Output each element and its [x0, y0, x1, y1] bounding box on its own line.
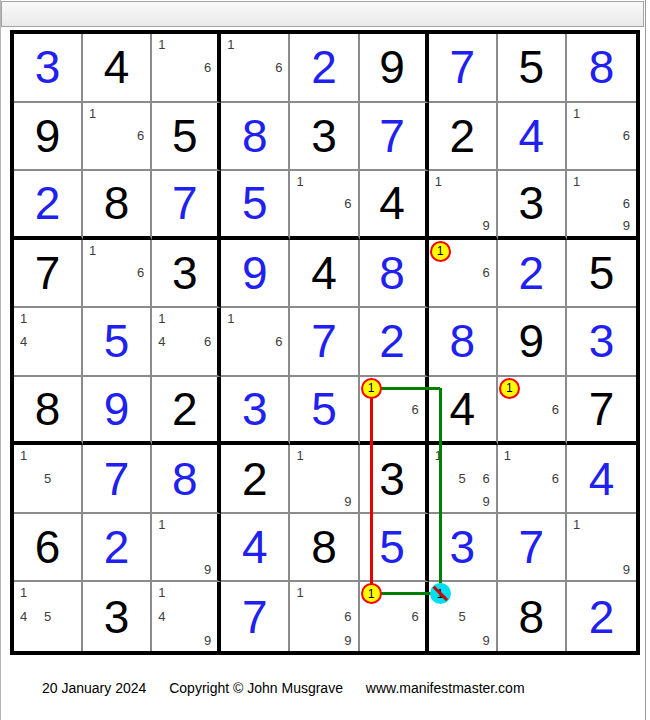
candidate-6[interactable]: 6 [335, 606, 356, 628]
solved-digit: 8 [567, 34, 636, 101]
eliminated-candidate-circle[interactable]: 1 [430, 583, 451, 604]
cell-r9c1[interactable]: 145 [14, 582, 83, 651]
cell-r2c5[interactable]: 3 [290, 103, 359, 172]
highlighted-candidate-circle[interactable]: 1 [361, 583, 382, 604]
cell-r9c4[interactable]: 7 [221, 582, 290, 651]
candidate-4[interactable]: 4 [16, 331, 37, 352]
given-digit: 5 [152, 103, 217, 170]
candidate-6[interactable]: 6 [612, 125, 634, 146]
candidates: 19 [292, 447, 355, 510]
cell-r1c9[interactable]: 8 [567, 34, 636, 103]
candidate-9[interactable]: 9 [195, 558, 215, 579]
solved-digit: 7 [498, 514, 565, 581]
solved-digit: 7 [290, 308, 357, 375]
candidate-1[interactable]: 1 [154, 310, 174, 331]
cell-r6c5[interactable]: 5 [290, 377, 359, 446]
candidate-1[interactable]: 1 [16, 310, 37, 331]
given-digit: 3 [498, 171, 565, 236]
given-digit: 5 [567, 240, 636, 307]
candidates: 16 [569, 105, 634, 168]
given-digit: 2 [429, 103, 496, 170]
cell-r8c8[interactable]: 7 [498, 514, 567, 583]
solved-digit: 4 [221, 514, 288, 581]
solved-digit: 2 [290, 34, 357, 101]
candidates: 146 [154, 310, 215, 373]
candidates: 169 [569, 173, 634, 234]
solved-digit: 8 [429, 308, 496, 375]
cell-r5c1[interactable]: 14 [14, 308, 83, 377]
candidates: 16 [500, 447, 563, 510]
candidates: 16 [154, 36, 215, 99]
candidate-9[interactable]: 9 [473, 489, 494, 510]
cell-r2c9[interactable]: 16 [567, 103, 636, 172]
highlighted-candidate-circle[interactable]: 1 [430, 241, 451, 262]
candidates: 19 [569, 516, 634, 579]
given-digit: 8 [83, 171, 150, 236]
solved-digit: 8 [152, 445, 217, 512]
candidates: 19 [154, 516, 215, 579]
cell-r7c3[interactable]: 8 [152, 445, 221, 514]
cell-r5c3[interactable]: 146 [152, 308, 221, 377]
highlighted-candidate-circle[interactable]: 1 [499, 378, 520, 399]
candidate-1[interactable]: 1 [292, 173, 313, 193]
candidate-1[interactable]: 1 [85, 105, 106, 126]
given-digit: 8 [498, 582, 565, 651]
solved-digit: 7 [360, 103, 425, 170]
cell-r2c6[interactable]: 7 [360, 103, 429, 172]
cell-r2c7[interactable]: 2 [429, 103, 498, 172]
cell-r9c2[interactable]: 3 [83, 582, 152, 651]
cell-r5c2[interactable]: 5 [83, 308, 152, 377]
cell-r7c4[interactable]: 2 [221, 445, 290, 514]
solved-digit: 2 [567, 582, 636, 651]
cell-r4c5[interactable]: 4 [290, 240, 359, 309]
candidates: 14 [16, 310, 79, 373]
candidates: 15 [16, 447, 79, 510]
candidate-6[interactable]: 6 [473, 263, 494, 284]
candidate-6[interactable]: 6 [195, 57, 215, 78]
cell-r4c7[interactable]: 61 [429, 240, 498, 309]
cell-r7c7[interactable]: 1569 [429, 445, 498, 514]
cell-r3c4[interactable]: 5 [221, 171, 290, 240]
cell-r9c5[interactable]: 169 [290, 582, 359, 651]
cell-r3c7[interactable]: 19 [429, 171, 498, 240]
candidate-5[interactable]: 5 [37, 606, 58, 628]
given-digit: 4 [83, 34, 150, 101]
candidate-6[interactable]: 6 [473, 468, 494, 489]
cell-r1c1[interactable]: 3 [14, 34, 83, 103]
cell-r6c1[interactable]: 8 [14, 377, 83, 446]
candidate-1: 1 [368, 381, 375, 395]
cell-r6c2[interactable]: 9 [83, 377, 152, 446]
cell-r4c6[interactable]: 8 [360, 240, 429, 309]
solved-digit: 2 [14, 171, 81, 236]
solved-digit: 7 [221, 582, 288, 651]
sudoku-board: 3416162975891658372416287516419316971639… [10, 30, 640, 655]
cell-r8c3[interactable]: 19 [152, 514, 221, 583]
solved-digit: 3 [221, 377, 288, 442]
candidate-1: 1 [506, 381, 513, 395]
solved-digit: 3 [567, 308, 636, 375]
cell-r6c9[interactable]: 7 [567, 377, 636, 446]
solved-digit: 5 [83, 308, 150, 375]
candidate-4[interactable]: 4 [154, 606, 174, 628]
candidate-9[interactable]: 9 [473, 213, 494, 233]
given-digit: 3 [290, 103, 357, 170]
candidates: 16 [223, 310, 286, 373]
candidate-6[interactable]: 6 [127, 125, 148, 146]
cell-r7c5[interactable]: 19 [290, 445, 359, 514]
given-digit: 7 [14, 240, 81, 307]
candidate-4[interactable]: 4 [16, 606, 37, 628]
candidates: 169 [292, 584, 355, 649]
cell-r5c9[interactable]: 3 [567, 308, 636, 377]
cell-r5c4[interactable]: 16 [221, 308, 290, 377]
cell-r1c8[interactable]: 5 [498, 34, 567, 103]
candidates: 19 [431, 173, 494, 234]
solved-digit: 5 [360, 514, 425, 581]
highlighted-candidate-circle[interactable]: 1 [361, 378, 382, 399]
given-digit: 8 [290, 514, 357, 581]
window-toolbar [1, 1, 644, 27]
candidate-1[interactable]: 1 [85, 242, 106, 263]
candidate-1[interactable]: 1 [569, 173, 591, 193]
cell-r1c6[interactable]: 9 [360, 34, 429, 103]
cell-r4c2[interactable]: 16 [83, 240, 152, 309]
cell-r7c2[interactable]: 7 [83, 445, 152, 514]
cell-r3c8[interactable]: 3 [498, 171, 567, 240]
footer-date: 20 January 2024 [42, 680, 146, 696]
cell-r7c1[interactable]: 15 [14, 445, 83, 514]
cell-r7c9[interactable]: 4 [567, 445, 636, 514]
candidate-6[interactable]: 6 [195, 331, 215, 352]
cell-r3c1[interactable]: 2 [14, 171, 83, 240]
candidate-9[interactable]: 9 [335, 489, 356, 510]
candidate-1[interactable]: 1 [154, 584, 174, 606]
candidates: 149 [154, 584, 215, 649]
cell-r5c8[interactable]: 9 [498, 308, 567, 377]
footer: 20 January 2024 Copyright © John Musgrav… [42, 680, 544, 696]
solved-digit: 9 [221, 240, 288, 307]
cell-r2c1[interactable]: 9 [14, 103, 83, 172]
given-digit: 4 [290, 240, 357, 307]
cell-r8c7[interactable]: 3 [429, 514, 498, 583]
given-digit: 8 [14, 377, 81, 442]
cell-r1c2[interactable]: 4 [83, 34, 152, 103]
solved-digit: 3 [14, 34, 81, 101]
cell-r6c4[interactable]: 3 [221, 377, 290, 446]
cell-r2c2[interactable]: 16 [83, 103, 152, 172]
candidate-1[interactable]: 1 [154, 36, 174, 57]
candidate-4[interactable]: 4 [154, 331, 174, 352]
cell-r7c6[interactable]: 3 [360, 445, 429, 514]
given-digit: 7 [567, 377, 636, 442]
given-digit: 9 [360, 34, 425, 101]
candidate-1[interactable]: 1 [154, 516, 174, 537]
candidate-1[interactable]: 1 [223, 36, 244, 57]
candidate-9[interactable]: 9 [195, 627, 215, 649]
solved-digit: 3 [429, 514, 496, 581]
solved-digit: 7 [83, 445, 150, 512]
given-digit: 9 [498, 308, 565, 375]
given-digit: 4 [429, 377, 496, 442]
cell-r1c4[interactable]: 16 [221, 34, 290, 103]
candidate-5[interactable]: 5 [37, 468, 58, 489]
cell-r8c2[interactable]: 2 [83, 514, 152, 583]
cell-r4c9[interactable]: 5 [567, 240, 636, 309]
footer-website[interactable]: www.manifestmaster.com [366, 680, 525, 696]
candidate-1[interactable]: 1 [223, 310, 244, 331]
candidates: 16 [223, 36, 286, 99]
solved-digit: 9 [83, 377, 150, 442]
cell-r3c5[interactable]: 16 [290, 171, 359, 240]
candidate-6[interactable]: 6 [335, 193, 356, 213]
cell-r6c6[interactable]: 61 [360, 377, 429, 446]
candidate-6[interactable]: 6 [542, 468, 563, 489]
candidate-6[interactable]: 6 [542, 399, 563, 419]
candidate-1[interactable]: 1 [292, 447, 313, 468]
cell-r3c3[interactable]: 7 [152, 171, 221, 240]
cell-r3c6[interactable]: 4 [360, 171, 429, 240]
cell-r5c6[interactable]: 2 [360, 308, 429, 377]
footer-copyright: Copyright © John Musgrave [169, 680, 343, 696]
cell-r4c3[interactable]: 3 [152, 240, 221, 309]
candidate-1[interactable]: 1 [500, 447, 521, 468]
candidate-9[interactable]: 9 [612, 213, 634, 233]
cell-r9c8[interactable]: 8 [498, 582, 567, 651]
cell-r6c7[interactable]: 4 [429, 377, 498, 446]
cell-r9c3[interactable]: 149 [152, 582, 221, 651]
candidate-1[interactable]: 1 [16, 447, 37, 468]
given-digit: 6 [14, 514, 81, 581]
cell-r8c4[interactable]: 4 [221, 514, 290, 583]
cell-r4c1[interactable]: 7 [14, 240, 83, 309]
cell-r5c7[interactable]: 8 [429, 308, 498, 377]
solved-digit: 7 [152, 171, 217, 236]
candidate-1[interactable]: 1 [292, 584, 313, 606]
candidate-1: 1 [368, 587, 375, 601]
given-digit: 2 [152, 377, 217, 442]
candidate-9[interactable]: 9 [612, 558, 634, 579]
cell-r7c8[interactable]: 16 [498, 445, 567, 514]
given-digit: 9 [14, 103, 81, 170]
candidate-6[interactable]: 6 [612, 193, 634, 213]
candidate-9[interactable]: 9 [335, 627, 356, 649]
solved-digit: 2 [83, 514, 150, 581]
candidate-5[interactable]: 5 [452, 468, 473, 489]
cell-r8c1[interactable]: 6 [14, 514, 83, 583]
cell-r9c7[interactable]: 591 [429, 582, 498, 651]
solved-digit: 5 [221, 171, 288, 236]
candidate-6[interactable]: 6 [402, 606, 422, 628]
candidate-1[interactable]: 1 [431, 173, 452, 193]
cell-r8c6[interactable]: 5 [360, 514, 429, 583]
solved-digit: 4 [567, 445, 636, 512]
given-digit: 4 [360, 171, 425, 236]
given-digit: 3 [83, 582, 150, 651]
cell-r1c7[interactable]: 7 [429, 34, 498, 103]
cell-r2c8[interactable]: 4 [498, 103, 567, 172]
cell-r1c5[interactable]: 2 [290, 34, 359, 103]
solved-digit: 8 [221, 103, 288, 170]
cell-r5c5[interactable]: 7 [290, 308, 359, 377]
solved-digit: 5 [290, 377, 357, 442]
candidate-6[interactable]: 6 [265, 331, 286, 352]
given-digit: 5 [498, 34, 565, 101]
cell-r2c4[interactable]: 8 [221, 103, 290, 172]
solved-digit: 4 [498, 103, 565, 170]
candidate-6[interactable]: 6 [402, 399, 422, 419]
candidate-6[interactable]: 6 [265, 57, 286, 78]
cell-r3c2[interactable]: 8 [83, 171, 152, 240]
candidate-1[interactable]: 1 [569, 516, 591, 537]
candidate-1[interactable]: 1 [431, 447, 452, 468]
cell-r9c6[interactable]: 61 [360, 582, 429, 651]
candidates: 16 [85, 105, 148, 168]
cell-r9c9[interactable]: 2 [567, 582, 636, 651]
solved-digit: 8 [360, 240, 425, 307]
cell-r3c9[interactable]: 169 [567, 171, 636, 240]
candidate-1: 1 [437, 244, 444, 258]
cell-r1c3[interactable]: 16 [152, 34, 221, 103]
given-digit: 3 [360, 445, 425, 512]
candidate-9[interactable]: 9 [473, 627, 494, 649]
cell-r4c4[interactable]: 9 [221, 240, 290, 309]
cell-r6c8[interactable]: 61 [498, 377, 567, 446]
solved-digit: 2 [498, 240, 565, 307]
cell-r8c9[interactable]: 19 [567, 514, 636, 583]
candidates: 145 [16, 584, 79, 649]
candidates: 16 [292, 173, 355, 234]
solved-digit: 2 [360, 308, 425, 375]
cell-r8c5[interactable]: 8 [290, 514, 359, 583]
candidates: 1569 [431, 447, 494, 510]
solved-digit: 7 [429, 34, 496, 101]
cell-r6c3[interactable]: 2 [152, 377, 221, 446]
candidates: 16 [85, 242, 148, 305]
candidate-1[interactable]: 1 [16, 584, 37, 606]
given-digit: 3 [152, 240, 217, 307]
candidate-5[interactable]: 5 [452, 606, 473, 628]
candidate-1[interactable]: 1 [569, 105, 591, 126]
given-digit: 2 [221, 445, 288, 512]
cell-r2c3[interactable]: 5 [152, 103, 221, 172]
cell-r4c8[interactable]: 2 [498, 240, 567, 309]
candidate-6[interactable]: 6 [127, 263, 148, 284]
